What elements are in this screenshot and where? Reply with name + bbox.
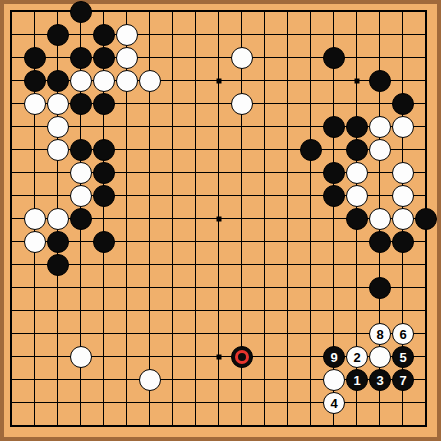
- intersection-16-14[interactable]: [346, 300, 369, 323]
- intersection-11-6[interactable]: [231, 116, 254, 139]
- intersection-7-17[interactable]: [139, 369, 162, 392]
- intersection-15-4[interactable]: [323, 70, 346, 93]
- intersection-12-8[interactable]: [254, 162, 277, 185]
- intersection-1-12[interactable]: [1, 254, 24, 277]
- intersection-11-2[interactable]: [231, 24, 254, 47]
- intersection-16-7[interactable]: [346, 139, 369, 162]
- intersection-18-1[interactable]: [392, 1, 415, 24]
- intersection-5-3[interactable]: [93, 47, 116, 70]
- intersection-12-15[interactable]: [254, 323, 277, 346]
- intersection-14-6[interactable]: [300, 116, 323, 139]
- intersection-18-7[interactable]: [392, 139, 415, 162]
- intersection-19-7[interactable]: [415, 139, 438, 162]
- intersection-13-18[interactable]: [277, 392, 300, 415]
- intersection-12-18[interactable]: [254, 392, 277, 415]
- intersection-7-4[interactable]: [139, 70, 162, 93]
- intersection-6-7[interactable]: [116, 139, 139, 162]
- intersection-13-6[interactable]: [277, 116, 300, 139]
- intersection-18-17[interactable]: 7: [392, 369, 415, 392]
- intersection-2-14[interactable]: [24, 300, 47, 323]
- intersection-4-8[interactable]: [70, 162, 93, 185]
- intersection-17-19[interactable]: [369, 415, 392, 438]
- intersection-9-3[interactable]: [185, 47, 208, 70]
- intersection-10-6[interactable]: [208, 116, 231, 139]
- intersection-12-11[interactable]: [254, 231, 277, 254]
- intersection-13-3[interactable]: [277, 47, 300, 70]
- intersection-12-10[interactable]: [254, 208, 277, 231]
- intersection-3-8[interactable]: [47, 162, 70, 185]
- intersection-4-3[interactable]: [70, 47, 93, 70]
- intersection-10-18[interactable]: [208, 392, 231, 415]
- intersection-15-15[interactable]: [323, 323, 346, 346]
- intersection-4-6[interactable]: [70, 116, 93, 139]
- intersection-10-11[interactable]: [208, 231, 231, 254]
- intersection-4-13[interactable]: [70, 277, 93, 300]
- intersection-3-12[interactable]: [47, 254, 70, 277]
- intersection-17-10[interactable]: [369, 208, 392, 231]
- intersection-2-5[interactable]: [24, 93, 47, 116]
- intersection-6-1[interactable]: [116, 1, 139, 24]
- intersection-11-11[interactable]: [231, 231, 254, 254]
- intersection-17-7[interactable]: [369, 139, 392, 162]
- intersection-12-1[interactable]: [254, 1, 277, 24]
- intersection-14-11[interactable]: [300, 231, 323, 254]
- intersection-8-13[interactable]: [162, 277, 185, 300]
- intersection-15-9[interactable]: [323, 185, 346, 208]
- intersection-17-4[interactable]: [369, 70, 392, 93]
- intersection-17-3[interactable]: [369, 47, 392, 70]
- intersection-18-5[interactable]: [392, 93, 415, 116]
- intersection-3-13[interactable]: [47, 277, 70, 300]
- intersection-13-2[interactable]: [277, 24, 300, 47]
- intersection-14-12[interactable]: [300, 254, 323, 277]
- intersection-19-4[interactable]: [415, 70, 438, 93]
- intersection-3-17[interactable]: [47, 369, 70, 392]
- intersection-15-10[interactable]: [323, 208, 346, 231]
- intersection-4-10[interactable]: [70, 208, 93, 231]
- intersection-6-15[interactable]: [116, 323, 139, 346]
- intersection-8-16[interactable]: [162, 346, 185, 369]
- intersection-6-10[interactable]: [116, 208, 139, 231]
- intersection-14-15[interactable]: [300, 323, 323, 346]
- intersection-5-18[interactable]: [93, 392, 116, 415]
- intersection-4-18[interactable]: [70, 392, 93, 415]
- intersection-13-13[interactable]: [277, 277, 300, 300]
- intersection-16-6[interactable]: [346, 116, 369, 139]
- intersection-2-1[interactable]: [24, 1, 47, 24]
- intersection-13-7[interactable]: [277, 139, 300, 162]
- intersection-10-12[interactable]: [208, 254, 231, 277]
- intersection-17-6[interactable]: [369, 116, 392, 139]
- intersection-5-16[interactable]: [93, 346, 116, 369]
- intersection-17-9[interactable]: [369, 185, 392, 208]
- intersection-11-4[interactable]: [231, 70, 254, 93]
- intersection-5-14[interactable]: [93, 300, 116, 323]
- intersection-2-17[interactable]: [24, 369, 47, 392]
- intersection-8-14[interactable]: [162, 300, 185, 323]
- intersection-19-1[interactable]: [415, 1, 438, 24]
- intersection-13-5[interactable]: [277, 93, 300, 116]
- intersection-1-8[interactable]: [1, 162, 24, 185]
- intersection-14-18[interactable]: [300, 392, 323, 415]
- intersection-15-2[interactable]: [323, 24, 346, 47]
- intersection-11-18[interactable]: [231, 392, 254, 415]
- intersection-2-12[interactable]: [24, 254, 47, 277]
- intersection-3-3[interactable]: [47, 47, 70, 70]
- intersection-9-16[interactable]: [185, 346, 208, 369]
- intersection-19-5[interactable]: [415, 93, 438, 116]
- intersection-10-19[interactable]: [208, 415, 231, 438]
- intersection-15-18[interactable]: 4: [323, 392, 346, 415]
- intersection-6-18[interactable]: [116, 392, 139, 415]
- intersection-16-1[interactable]: [346, 1, 369, 24]
- intersection-19-10[interactable]: [415, 208, 438, 231]
- intersection-17-12[interactable]: [369, 254, 392, 277]
- intersection-5-10[interactable]: [93, 208, 116, 231]
- intersection-13-16[interactable]: [277, 346, 300, 369]
- intersection-1-9[interactable]: [1, 185, 24, 208]
- intersection-18-19[interactable]: [392, 415, 415, 438]
- intersection-16-13[interactable]: [346, 277, 369, 300]
- intersection-11-8[interactable]: [231, 162, 254, 185]
- intersection-5-11[interactable]: [93, 231, 116, 254]
- intersection-9-9[interactable]: [185, 185, 208, 208]
- intersection-3-4[interactable]: [47, 70, 70, 93]
- intersection-15-8[interactable]: [323, 162, 346, 185]
- intersection-9-19[interactable]: [185, 415, 208, 438]
- intersection-2-8[interactable]: [24, 162, 47, 185]
- intersection-16-11[interactable]: [346, 231, 369, 254]
- intersection-16-16[interactable]: 2: [346, 346, 369, 369]
- intersection-10-13[interactable]: [208, 277, 231, 300]
- intersection-11-15[interactable]: [231, 323, 254, 346]
- intersection-15-19[interactable]: [323, 415, 346, 438]
- intersection-1-15[interactable]: [1, 323, 24, 346]
- intersection-10-14[interactable]: [208, 300, 231, 323]
- intersection-19-18[interactable]: [415, 392, 438, 415]
- intersection-7-16[interactable]: [139, 346, 162, 369]
- intersection-16-19[interactable]: [346, 415, 369, 438]
- intersection-19-12[interactable]: [415, 254, 438, 277]
- intersection-13-19[interactable]: [277, 415, 300, 438]
- intersection-7-2[interactable]: [139, 24, 162, 47]
- intersection-17-14[interactable]: [369, 300, 392, 323]
- intersection-4-11[interactable]: [70, 231, 93, 254]
- intersection-17-18[interactable]: [369, 392, 392, 415]
- intersection-7-15[interactable]: [139, 323, 162, 346]
- intersection-11-9[interactable]: [231, 185, 254, 208]
- intersection-5-6[interactable]: [93, 116, 116, 139]
- intersection-10-16[interactable]: [208, 346, 231, 369]
- intersection-1-14[interactable]: [1, 300, 24, 323]
- intersection-17-5[interactable]: [369, 93, 392, 116]
- intersection-16-9[interactable]: [346, 185, 369, 208]
- intersection-2-7[interactable]: [24, 139, 47, 162]
- intersection-11-16[interactable]: [231, 346, 254, 369]
- intersection-5-19[interactable]: [93, 415, 116, 438]
- intersection-14-9[interactable]: [300, 185, 323, 208]
- intersection-5-8[interactable]: [93, 162, 116, 185]
- intersection-1-4[interactable]: [1, 70, 24, 93]
- intersection-8-1[interactable]: [162, 1, 185, 24]
- intersection-16-3[interactable]: [346, 47, 369, 70]
- intersection-8-4[interactable]: [162, 70, 185, 93]
- intersection-9-5[interactable]: [185, 93, 208, 116]
- intersection-19-9[interactable]: [415, 185, 438, 208]
- intersection-17-2[interactable]: [369, 24, 392, 47]
- intersection-8-3[interactable]: [162, 47, 185, 70]
- intersection-14-10[interactable]: [300, 208, 323, 231]
- intersection-19-13[interactable]: [415, 277, 438, 300]
- intersection-2-19[interactable]: [24, 415, 47, 438]
- intersection-2-13[interactable]: [24, 277, 47, 300]
- intersection-3-2[interactable]: [47, 24, 70, 47]
- intersection-10-9[interactable]: [208, 185, 231, 208]
- intersection-15-7[interactable]: [323, 139, 346, 162]
- intersection-18-2[interactable]: [392, 24, 415, 47]
- intersection-2-15[interactable]: [24, 323, 47, 346]
- intersection-9-11[interactable]: [185, 231, 208, 254]
- intersection-18-12[interactable]: [392, 254, 415, 277]
- intersection-17-8[interactable]: [369, 162, 392, 185]
- intersection-12-6[interactable]: [254, 116, 277, 139]
- intersection-12-4[interactable]: [254, 70, 277, 93]
- intersection-8-15[interactable]: [162, 323, 185, 346]
- intersection-6-6[interactable]: [116, 116, 139, 139]
- intersection-1-3[interactable]: [1, 47, 24, 70]
- intersection-9-4[interactable]: [185, 70, 208, 93]
- intersection-6-8[interactable]: [116, 162, 139, 185]
- intersection-1-11[interactable]: [1, 231, 24, 254]
- intersection-19-3[interactable]: [415, 47, 438, 70]
- intersection-18-8[interactable]: [392, 162, 415, 185]
- intersection-16-5[interactable]: [346, 93, 369, 116]
- intersection-16-8[interactable]: [346, 162, 369, 185]
- intersection-17-13[interactable]: [369, 277, 392, 300]
- intersection-8-5[interactable]: [162, 93, 185, 116]
- intersection-14-1[interactable]: [300, 1, 323, 24]
- intersection-6-11[interactable]: [116, 231, 139, 254]
- intersection-1-17[interactable]: [1, 369, 24, 392]
- intersection-12-9[interactable]: [254, 185, 277, 208]
- intersection-13-12[interactable]: [277, 254, 300, 277]
- intersection-5-17[interactable]: [93, 369, 116, 392]
- intersection-5-13[interactable]: [93, 277, 116, 300]
- intersection-14-5[interactable]: [300, 93, 323, 116]
- intersection-2-2[interactable]: [24, 24, 47, 47]
- intersection-9-14[interactable]: [185, 300, 208, 323]
- intersection-3-15[interactable]: [47, 323, 70, 346]
- intersection-3-6[interactable]: [47, 116, 70, 139]
- intersection-12-5[interactable]: [254, 93, 277, 116]
- intersection-2-6[interactable]: [24, 116, 47, 139]
- intersection-18-13[interactable]: [392, 277, 415, 300]
- intersection-12-16[interactable]: [254, 346, 277, 369]
- intersection-13-17[interactable]: [277, 369, 300, 392]
- intersection-3-7[interactable]: [47, 139, 70, 162]
- intersection-11-3[interactable]: [231, 47, 254, 70]
- intersection-12-19[interactable]: [254, 415, 277, 438]
- intersection-7-3[interactable]: [139, 47, 162, 70]
- intersection-10-7[interactable]: [208, 139, 231, 162]
- intersection-8-12[interactable]: [162, 254, 185, 277]
- intersection-14-16[interactable]: [300, 346, 323, 369]
- intersection-11-12[interactable]: [231, 254, 254, 277]
- intersection-2-3[interactable]: [24, 47, 47, 70]
- intersection-19-17[interactable]: [415, 369, 438, 392]
- intersection-10-3[interactable]: [208, 47, 231, 70]
- intersection-3-9[interactable]: [47, 185, 70, 208]
- intersection-15-17[interactable]: [323, 369, 346, 392]
- intersection-10-1[interactable]: [208, 1, 231, 24]
- intersection-10-5[interactable]: [208, 93, 231, 116]
- intersection-15-12[interactable]: [323, 254, 346, 277]
- intersection-7-18[interactable]: [139, 392, 162, 415]
- intersection-4-17[interactable]: [70, 369, 93, 392]
- intersection-6-3[interactable]: [116, 47, 139, 70]
- intersection-6-19[interactable]: [116, 415, 139, 438]
- intersection-17-16[interactable]: [369, 346, 392, 369]
- intersection-4-12[interactable]: [70, 254, 93, 277]
- intersection-19-19[interactable]: [415, 415, 438, 438]
- intersection-3-11[interactable]: [47, 231, 70, 254]
- intersection-7-11[interactable]: [139, 231, 162, 254]
- intersection-7-6[interactable]: [139, 116, 162, 139]
- intersection-2-4[interactable]: [24, 70, 47, 93]
- intersection-15-3[interactable]: [323, 47, 346, 70]
- intersection-11-14[interactable]: [231, 300, 254, 323]
- intersection-10-15[interactable]: [208, 323, 231, 346]
- intersection-18-14[interactable]: [392, 300, 415, 323]
- intersection-1-7[interactable]: [1, 139, 24, 162]
- intersection-14-3[interactable]: [300, 47, 323, 70]
- intersection-4-16[interactable]: [70, 346, 93, 369]
- intersection-8-10[interactable]: [162, 208, 185, 231]
- intersection-13-4[interactable]: [277, 70, 300, 93]
- intersection-11-13[interactable]: [231, 277, 254, 300]
- intersection-6-2[interactable]: [116, 24, 139, 47]
- intersection-8-7[interactable]: [162, 139, 185, 162]
- intersection-1-18[interactable]: [1, 392, 24, 415]
- intersection-14-19[interactable]: [300, 415, 323, 438]
- intersection-9-18[interactable]: [185, 392, 208, 415]
- intersection-7-1[interactable]: [139, 1, 162, 24]
- intersection-18-6[interactable]: [392, 116, 415, 139]
- intersection-8-9[interactable]: [162, 185, 185, 208]
- intersection-1-2[interactable]: [1, 24, 24, 47]
- intersection-19-14[interactable]: [415, 300, 438, 323]
- intersection-7-7[interactable]: [139, 139, 162, 162]
- intersection-9-15[interactable]: [185, 323, 208, 346]
- intersection-7-5[interactable]: [139, 93, 162, 116]
- intersection-6-16[interactable]: [116, 346, 139, 369]
- intersection-3-5[interactable]: [47, 93, 70, 116]
- intersection-12-14[interactable]: [254, 300, 277, 323]
- intersection-15-14[interactable]: [323, 300, 346, 323]
- intersection-15-5[interactable]: [323, 93, 346, 116]
- intersection-6-9[interactable]: [116, 185, 139, 208]
- intersection-1-13[interactable]: [1, 277, 24, 300]
- intersection-1-16[interactable]: [1, 346, 24, 369]
- intersection-18-9[interactable]: [392, 185, 415, 208]
- intersection-9-12[interactable]: [185, 254, 208, 277]
- intersection-16-17[interactable]: 1: [346, 369, 369, 392]
- intersection-3-16[interactable]: [47, 346, 70, 369]
- intersection-6-12[interactable]: [116, 254, 139, 277]
- intersection-8-19[interactable]: [162, 415, 185, 438]
- intersection-13-11[interactable]: [277, 231, 300, 254]
- intersection-12-7[interactable]: [254, 139, 277, 162]
- intersection-4-5[interactable]: [70, 93, 93, 116]
- intersection-18-3[interactable]: [392, 47, 415, 70]
- intersection-7-19[interactable]: [139, 415, 162, 438]
- intersection-19-6[interactable]: [415, 116, 438, 139]
- intersection-15-13[interactable]: [323, 277, 346, 300]
- intersection-15-6[interactable]: [323, 116, 346, 139]
- intersection-17-1[interactable]: [369, 1, 392, 24]
- intersection-1-1[interactable]: [1, 1, 24, 24]
- intersection-14-8[interactable]: [300, 162, 323, 185]
- intersection-16-10[interactable]: [346, 208, 369, 231]
- intersection-8-17[interactable]: [162, 369, 185, 392]
- intersection-4-4[interactable]: [70, 70, 93, 93]
- intersection-4-19[interactable]: [70, 415, 93, 438]
- intersection-18-4[interactable]: [392, 70, 415, 93]
- intersection-3-1[interactable]: [47, 1, 70, 24]
- intersection-14-4[interactable]: [300, 70, 323, 93]
- intersection-5-4[interactable]: [93, 70, 116, 93]
- intersection-9-17[interactable]: [185, 369, 208, 392]
- intersection-10-10[interactable]: [208, 208, 231, 231]
- intersection-2-16[interactable]: [24, 346, 47, 369]
- intersection-13-10[interactable]: [277, 208, 300, 231]
- intersection-6-14[interactable]: [116, 300, 139, 323]
- intersection-9-10[interactable]: [185, 208, 208, 231]
- intersection-9-8[interactable]: [185, 162, 208, 185]
- intersection-11-17[interactable]: [231, 369, 254, 392]
- intersection-7-13[interactable]: [139, 277, 162, 300]
- intersection-7-14[interactable]: [139, 300, 162, 323]
- intersection-18-10[interactable]: [392, 208, 415, 231]
- intersection-3-18[interactable]: [47, 392, 70, 415]
- intersection-5-15[interactable]: [93, 323, 116, 346]
- intersection-11-1[interactable]: [231, 1, 254, 24]
- intersection-14-7[interactable]: [300, 139, 323, 162]
- intersection-12-12[interactable]: [254, 254, 277, 277]
- intersection-8-11[interactable]: [162, 231, 185, 254]
- intersection-18-15[interactable]: 6: [392, 323, 415, 346]
- intersection-5-7[interactable]: [93, 139, 116, 162]
- intersection-13-8[interactable]: [277, 162, 300, 185]
- intersection-14-17[interactable]: [300, 369, 323, 392]
- board-grid[interactable]: 869251374: [1, 1, 438, 438]
- intersection-11-10[interactable]: [231, 208, 254, 231]
- intersection-4-1[interactable]: [70, 1, 93, 24]
- intersection-16-15[interactable]: [346, 323, 369, 346]
- intersection-13-14[interactable]: [277, 300, 300, 323]
- intersection-9-1[interactable]: [185, 1, 208, 24]
- intersection-10-2[interactable]: [208, 24, 231, 47]
- intersection-16-4[interactable]: [346, 70, 369, 93]
- intersection-19-11[interactable]: [415, 231, 438, 254]
- intersection-10-4[interactable]: [208, 70, 231, 93]
- intersection-1-10[interactable]: [1, 208, 24, 231]
- intersection-6-17[interactable]: [116, 369, 139, 392]
- intersection-8-8[interactable]: [162, 162, 185, 185]
- intersection-9-2[interactable]: [185, 24, 208, 47]
- intersection-13-1[interactable]: [277, 1, 300, 24]
- intersection-4-7[interactable]: [70, 139, 93, 162]
